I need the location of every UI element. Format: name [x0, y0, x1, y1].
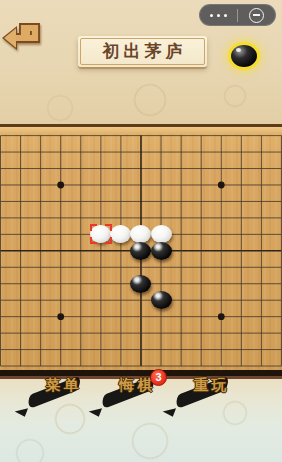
undo-button[interactable]: 悔棋 3	[108, 376, 164, 418]
bottom-bar: 菜单 悔棋 3 重玩 G 九游	[0, 379, 282, 462]
undo-count-badge: 3	[150, 369, 167, 386]
white-stone	[110, 225, 131, 243]
board[interactable]	[0, 124, 282, 379]
black-stone	[151, 242, 172, 260]
more-icon	[210, 14, 213, 17]
back-button[interactable]	[0, 18, 52, 58]
white-stone	[130, 225, 151, 243]
circle-minus-icon	[249, 8, 264, 23]
game-screen: 初出茅庐 菜单 悔棋 3 重玩 G 九游	[0, 0, 282, 462]
level-title: 初出茅庐	[99, 40, 187, 63]
menu-button[interactable]: 菜单	[34, 376, 90, 418]
mini-program-capsule	[199, 4, 276, 26]
more-button[interactable]	[200, 5, 237, 25]
minimize-button[interactable]	[238, 5, 275, 25]
black-stone	[130, 242, 151, 260]
back-arrow-icon	[0, 18, 52, 58]
replay-button[interactable]: 重玩	[182, 376, 238, 418]
top-bar: 初出茅庐	[0, 0, 282, 124]
white-stone	[151, 225, 172, 243]
board-grid[interactable]	[0, 127, 282, 374]
black-stone	[130, 275, 151, 293]
black-stone	[151, 291, 172, 309]
last-move-marker	[90, 224, 112, 244]
turn-indicator-black-stone	[231, 45, 257, 67]
level-title-plaque: 初出茅庐	[78, 36, 207, 67]
